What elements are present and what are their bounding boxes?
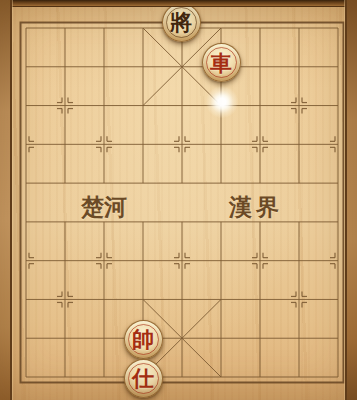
xiangqi-board: 楚河 漢界 將車帥仕: [0, 0, 357, 400]
piece-character: 將: [170, 11, 192, 33]
piece-character: 車: [210, 52, 232, 74]
piece-red-advisor[interactable]: 仕: [124, 359, 163, 398]
piece-red-chariot[interactable]: 車: [202, 43, 241, 82]
board-grid: [0, 0, 357, 400]
board-frame-left: [0, 0, 12, 400]
piece-red-general[interactable]: 帥: [124, 320, 163, 359]
piece-black-general[interactable]: 將: [162, 3, 201, 42]
river-label-right: 漢界: [229, 192, 283, 223]
board-frame-top: [0, 0, 357, 7]
piece-character: 帥: [132, 328, 154, 350]
river-label-left: 楚河: [81, 192, 127, 223]
piece-character: 仕: [132, 367, 154, 389]
board-frame-right: [345, 0, 357, 400]
